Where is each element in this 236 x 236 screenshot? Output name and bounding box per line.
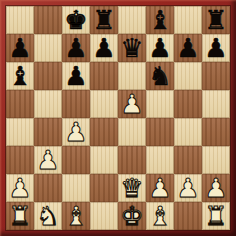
square-f1[interactable]: ♝: [146, 202, 174, 230]
square-c1[interactable]: ♝: [62, 202, 90, 230]
square-h8[interactable]: ♜: [202, 6, 230, 34]
square-e2[interactable]: ♛: [118, 174, 146, 202]
piece-white-queen[interactable]: ♛: [120, 174, 143, 202]
square-d1[interactable]: [90, 202, 118, 230]
piece-black-rook[interactable]: ♜: [92, 6, 115, 34]
square-h3[interactable]: [202, 146, 230, 174]
piece-white-pawn[interactable]: ♟: [36, 146, 59, 174]
square-h6[interactable]: [202, 62, 230, 90]
square-f5[interactable]: [146, 90, 174, 118]
piece-black-pawn[interactable]: ♟: [8, 34, 31, 62]
square-g7[interactable]: ♟: [174, 34, 202, 62]
square-a1[interactable]: ♜: [6, 202, 34, 230]
square-g4[interactable]: [174, 118, 202, 146]
square-f8[interactable]: ♝: [146, 6, 174, 34]
chess-board: ♚♜♝♜♟♟♟♛♟♟♟♝♟♞♟♟♟♟♛♟♟♟♜♞♝♚♝♜: [6, 6, 230, 230]
square-a2[interactable]: ♟: [6, 174, 34, 202]
piece-white-pawn[interactable]: ♟: [204, 174, 227, 202]
square-a8[interactable]: [6, 6, 34, 34]
square-c8[interactable]: ♚: [62, 6, 90, 34]
piece-white-pawn[interactable]: ♟: [120, 90, 143, 118]
square-h7[interactable]: ♟: [202, 34, 230, 62]
square-g6[interactable]: [174, 62, 202, 90]
square-g8[interactable]: [174, 6, 202, 34]
square-f6[interactable]: ♞: [146, 62, 174, 90]
piece-white-rook[interactable]: ♜: [8, 202, 31, 230]
square-e4[interactable]: [118, 118, 146, 146]
square-c3[interactable]: [62, 146, 90, 174]
board-frame: ♚♜♝♜♟♟♟♛♟♟♟♝♟♞♟♟♟♟♛♟♟♟♜♞♝♚♝♜: [0, 0, 236, 236]
square-a4[interactable]: [6, 118, 34, 146]
square-f4[interactable]: [146, 118, 174, 146]
piece-white-rook[interactable]: ♜: [204, 202, 227, 230]
square-b4[interactable]: [34, 118, 62, 146]
piece-white-pawn[interactable]: ♟: [64, 118, 87, 146]
square-d7[interactable]: ♟: [90, 34, 118, 62]
square-d5[interactable]: [90, 90, 118, 118]
square-c4[interactable]: ♟: [62, 118, 90, 146]
square-h1[interactable]: ♜: [202, 202, 230, 230]
piece-black-pawn[interactable]: ♟: [176, 34, 199, 62]
piece-black-knight[interactable]: ♞: [148, 62, 171, 90]
square-b7[interactable]: [34, 34, 62, 62]
square-f3[interactable]: [146, 146, 174, 174]
piece-black-king[interactable]: ♚: [64, 6, 87, 34]
piece-white-bishop[interactable]: ♝: [64, 202, 87, 230]
square-c6[interactable]: ♟: [62, 62, 90, 90]
piece-black-pawn[interactable]: ♟: [64, 62, 87, 90]
square-g1[interactable]: [174, 202, 202, 230]
square-h2[interactable]: ♟: [202, 174, 230, 202]
square-b1[interactable]: ♞: [34, 202, 62, 230]
square-e7[interactable]: ♛: [118, 34, 146, 62]
square-c5[interactable]: [62, 90, 90, 118]
piece-white-knight[interactable]: ♞: [36, 202, 59, 230]
square-g5[interactable]: [174, 90, 202, 118]
piece-black-pawn[interactable]: ♟: [64, 34, 87, 62]
piece-black-pawn[interactable]: ♟: [204, 34, 227, 62]
square-a7[interactable]: ♟: [6, 34, 34, 62]
square-f2[interactable]: ♟: [146, 174, 174, 202]
square-e8[interactable]: [118, 6, 146, 34]
piece-white-bishop[interactable]: ♝: [148, 202, 171, 230]
square-h5[interactable]: [202, 90, 230, 118]
square-d3[interactable]: [90, 146, 118, 174]
square-e1[interactable]: ♚: [118, 202, 146, 230]
square-h4[interactable]: [202, 118, 230, 146]
square-d2[interactable]: [90, 174, 118, 202]
square-d4[interactable]: [90, 118, 118, 146]
square-e6[interactable]: [118, 62, 146, 90]
piece-white-pawn[interactable]: ♟: [176, 174, 199, 202]
square-a5[interactable]: [6, 90, 34, 118]
square-e5[interactable]: ♟: [118, 90, 146, 118]
piece-black-bishop[interactable]: ♝: [8, 62, 31, 90]
piece-black-queen[interactable]: ♛: [120, 34, 143, 62]
square-a3[interactable]: [6, 146, 34, 174]
square-d8[interactable]: ♜: [90, 6, 118, 34]
piece-white-pawn[interactable]: ♟: [8, 174, 31, 202]
square-b3[interactable]: ♟: [34, 146, 62, 174]
square-f7[interactable]: ♟: [146, 34, 174, 62]
square-d6[interactable]: [90, 62, 118, 90]
square-a6[interactable]: ♝: [6, 62, 34, 90]
square-g2[interactable]: ♟: [174, 174, 202, 202]
square-b5[interactable]: [34, 90, 62, 118]
square-e3[interactable]: [118, 146, 146, 174]
piece-white-pawn[interactable]: ♟: [148, 174, 171, 202]
square-c2[interactable]: [62, 174, 90, 202]
square-b8[interactable]: [34, 6, 62, 34]
piece-black-rook[interactable]: ♜: [204, 6, 227, 34]
square-g3[interactable]: [174, 146, 202, 174]
piece-black-bishop[interactable]: ♝: [148, 6, 171, 34]
square-b6[interactable]: [34, 62, 62, 90]
piece-black-pawn[interactable]: ♟: [148, 34, 171, 62]
piece-white-king[interactable]: ♚: [120, 202, 143, 230]
square-b2[interactable]: [34, 174, 62, 202]
piece-black-pawn[interactable]: ♟: [92, 34, 115, 62]
square-c7[interactable]: ♟: [62, 34, 90, 62]
